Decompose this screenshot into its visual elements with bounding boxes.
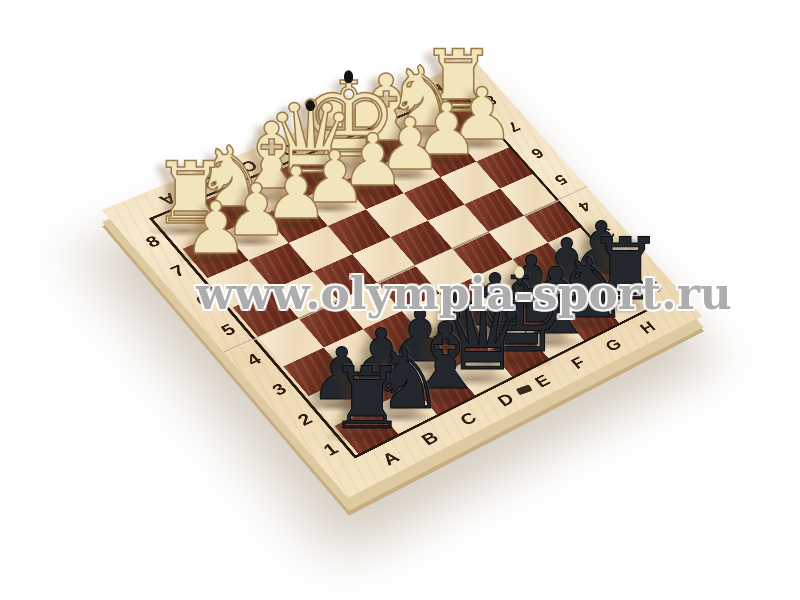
piece-white-pawn-a7[interactable]: ♟: [183, 191, 248, 263]
watermark: www.olympia-sport.ru: [196, 268, 732, 319]
piece-shadow: [323, 429, 396, 443]
piece-black-rook-a1[interactable]: ♜: [329, 355, 406, 441]
piece-shadow: [179, 253, 240, 265]
product-photo: 8877665544332211AABBCCDDEEFFGGHH ♜♞♝♛♚♝♞…: [0, 0, 800, 600]
